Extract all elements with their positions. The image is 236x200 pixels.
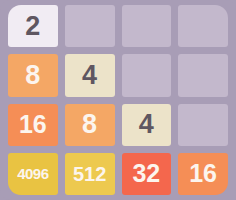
tile-4096-r4c1: 4096 — [8, 153, 58, 195]
empty-cell-r3c4 — [178, 104, 228, 146]
board-2048[interactable]: 284168440965123216 — [0, 0, 236, 200]
tile-4-r2c2: 4 — [65, 54, 115, 96]
empty-cell-r1c4 — [178, 5, 228, 47]
tile-32-r4c3: 32 — [122, 153, 172, 195]
empty-cell-r2c3 — [122, 54, 172, 96]
tile-16-r3c1: 16 — [8, 104, 58, 146]
tile-8-r2c1: 8 — [8, 54, 58, 96]
empty-cell-r1c3 — [122, 5, 172, 47]
tile-4-r3c3: 4 — [122, 104, 172, 146]
empty-cell-r2c4 — [178, 54, 228, 96]
tile-512-r4c2: 512 — [65, 153, 115, 195]
empty-cell-r1c2 — [65, 5, 115, 47]
tile-2-r1c1: 2 — [8, 5, 58, 47]
tile-8-r3c2: 8 — [65, 104, 115, 146]
tile-16-r4c4: 16 — [178, 153, 228, 195]
